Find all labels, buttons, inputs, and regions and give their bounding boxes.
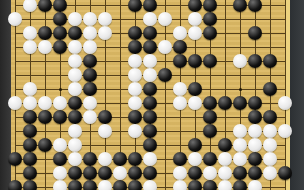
white-stone[interactable] — [188, 26, 202, 40]
white-stone[interactable] — [248, 138, 262, 152]
black-stone[interactable] — [143, 0, 157, 12]
black-stone[interactable] — [128, 152, 142, 166]
white-stone[interactable] — [233, 152, 247, 166]
white-stone[interactable] — [83, 110, 97, 124]
white-stone[interactable] — [23, 96, 37, 110]
black-stone[interactable] — [143, 166, 157, 180]
white-stone[interactable] — [233, 54, 247, 68]
black-stone[interactable] — [233, 96, 247, 110]
black-stone[interactable] — [248, 0, 262, 12]
black-stone[interactable] — [128, 180, 142, 190]
black-stone[interactable] — [53, 0, 67, 12]
black-stone[interactable] — [248, 26, 262, 40]
right-background-band — [290, 0, 304, 190]
white-stone[interactable] — [158, 12, 172, 26]
black-stone[interactable] — [203, 0, 217, 12]
black-stone[interactable] — [128, 166, 142, 180]
white-stone[interactable] — [98, 180, 112, 190]
black-stone[interactable] — [203, 54, 217, 68]
white-stone[interactable] — [263, 124, 277, 138]
black-stone[interactable] — [128, 26, 142, 40]
white-stone[interactable] — [128, 96, 142, 110]
black-stone[interactable] — [143, 82, 157, 96]
black-stone[interactable] — [248, 110, 262, 124]
black-stone[interactable] — [203, 26, 217, 40]
black-stone[interactable] — [188, 166, 202, 180]
black-stone[interactable] — [263, 82, 277, 96]
black-stone[interactable] — [53, 12, 67, 26]
go-board[interactable] — [11, 0, 290, 190]
black-stone[interactable] — [143, 26, 157, 40]
white-stone[interactable] — [248, 124, 262, 138]
white-stone[interactable] — [173, 82, 187, 96]
black-stone[interactable] — [23, 152, 37, 166]
white-stone[interactable] — [98, 152, 112, 166]
white-stone[interactable] — [113, 166, 127, 180]
white-stone[interactable] — [23, 82, 37, 96]
white-stone[interactable] — [8, 96, 22, 110]
white-stone[interactable] — [128, 68, 142, 82]
white-stone[interactable] — [68, 12, 82, 26]
black-stone[interactable] — [233, 166, 247, 180]
black-stone[interactable] — [203, 152, 217, 166]
black-stone[interactable] — [38, 110, 52, 124]
black-stone[interactable] — [203, 110, 217, 124]
black-stone[interactable] — [143, 96, 157, 110]
white-stone[interactable] — [68, 68, 82, 82]
white-stone[interactable] — [278, 96, 292, 110]
black-stone[interactable] — [113, 180, 127, 190]
black-stone[interactable] — [68, 26, 82, 40]
white-stone[interactable] — [23, 26, 37, 40]
white-stone[interactable] — [173, 96, 187, 110]
black-stone[interactable] — [98, 110, 112, 124]
white-stone[interactable] — [23, 40, 37, 54]
white-stone[interactable] — [233, 124, 247, 138]
white-stone[interactable] — [23, 0, 37, 12]
white-stone[interactable] — [98, 12, 112, 26]
black-stone[interactable] — [68, 180, 82, 190]
black-stone[interactable] — [158, 68, 172, 82]
black-stone[interactable] — [263, 110, 277, 124]
white-stone[interactable] — [188, 12, 202, 26]
black-stone[interactable] — [173, 54, 187, 68]
white-stone[interactable] — [143, 152, 157, 166]
white-stone[interactable] — [83, 96, 97, 110]
black-stone[interactable] — [23, 124, 37, 138]
black-stone[interactable] — [38, 26, 52, 40]
white-stone[interactable] — [98, 26, 112, 40]
black-stone[interactable] — [83, 82, 97, 96]
grid-line-vertical — [165, 0, 166, 190]
black-stone[interactable] — [68, 96, 82, 110]
white-stone[interactable] — [188, 96, 202, 110]
black-stone[interactable] — [83, 180, 97, 190]
black-stone[interactable] — [53, 26, 67, 40]
black-stone[interactable] — [83, 152, 97, 166]
black-stone[interactable] — [143, 124, 157, 138]
black-stone[interactable] — [53, 40, 67, 54]
white-stone[interactable] — [203, 166, 217, 180]
white-stone[interactable] — [218, 180, 232, 190]
white-stone[interactable] — [68, 124, 82, 138]
black-stone[interactable] — [248, 96, 262, 110]
black-stone[interactable] — [128, 40, 142, 54]
white-stone[interactable] — [68, 138, 82, 152]
black-stone[interactable] — [203, 96, 217, 110]
white-stone[interactable] — [53, 96, 67, 110]
black-stone[interactable] — [68, 110, 82, 124]
black-stone[interactable] — [218, 96, 232, 110]
white-stone[interactable] — [218, 166, 232, 180]
black-stone[interactable] — [23, 180, 37, 190]
black-stone[interactable] — [128, 110, 142, 124]
white-stone[interactable] — [128, 82, 142, 96]
white-stone[interactable] — [128, 54, 142, 68]
black-stone[interactable] — [53, 152, 67, 166]
black-stone[interactable] — [278, 166, 292, 180]
black-stone[interactable] — [233, 0, 247, 12]
black-stone[interactable] — [83, 54, 97, 68]
white-stone[interactable] — [188, 152, 202, 166]
white-stone[interactable] — [218, 152, 232, 166]
black-stone[interactable] — [188, 54, 202, 68]
white-stone[interactable] — [173, 166, 187, 180]
white-stone[interactable] — [143, 12, 157, 26]
white-stone[interactable] — [53, 138, 67, 152]
white-stone[interactable] — [83, 40, 97, 54]
white-stone[interactable] — [278, 124, 292, 138]
star-point — [59, 88, 62, 91]
black-stone[interactable] — [248, 152, 262, 166]
white-stone[interactable] — [53, 180, 67, 190]
black-stone[interactable] — [143, 138, 157, 152]
board-edge-highlight — [286, 0, 290, 190]
white-stone[interactable] — [233, 138, 247, 152]
white-stone[interactable] — [158, 40, 172, 54]
black-stone[interactable] — [8, 152, 22, 166]
black-stone[interactable] — [173, 152, 187, 166]
black-stone[interactable] — [38, 0, 52, 12]
black-stone[interactable] — [248, 166, 262, 180]
white-stone[interactable] — [38, 96, 52, 110]
black-stone[interactable] — [68, 166, 82, 180]
black-stone[interactable] — [113, 152, 127, 166]
white-stone[interactable] — [143, 180, 157, 190]
white-stone[interactable] — [128, 124, 142, 138]
white-stone[interactable] — [263, 152, 277, 166]
white-stone[interactable] — [83, 26, 97, 40]
black-stone[interactable] — [203, 124, 217, 138]
black-stone[interactable] — [188, 138, 202, 152]
white-stone[interactable] — [53, 166, 67, 180]
white-stone[interactable] — [173, 26, 187, 40]
white-stone[interactable] — [38, 40, 52, 54]
black-stone[interactable] — [128, 0, 142, 12]
black-stone[interactable] — [143, 110, 157, 124]
black-stone[interactable] — [188, 0, 202, 12]
white-stone[interactable] — [8, 12, 22, 26]
black-stone[interactable] — [143, 40, 157, 54]
white-stone[interactable] — [68, 82, 82, 96]
white-stone[interactable] — [68, 152, 82, 166]
white-stone[interactable] — [263, 138, 277, 152]
black-stone[interactable] — [218, 138, 232, 152]
white-stone[interactable] — [143, 68, 157, 82]
white-stone[interactable] — [68, 54, 82, 68]
black-stone[interactable] — [38, 138, 52, 152]
black-stone[interactable] — [173, 40, 187, 54]
star-point — [239, 88, 242, 91]
white-stone[interactable] — [98, 124, 112, 138]
black-stone[interactable] — [23, 166, 37, 180]
white-stone[interactable] — [263, 166, 277, 180]
black-stone[interactable] — [83, 68, 97, 82]
black-stone[interactable] — [83, 166, 97, 180]
white-stone[interactable] — [143, 54, 157, 68]
white-stone[interactable] — [68, 40, 82, 54]
black-stone[interactable] — [203, 180, 217, 190]
black-stone[interactable] — [248, 54, 262, 68]
white-stone[interactable] — [248, 180, 262, 190]
black-stone[interactable] — [23, 138, 37, 152]
black-stone[interactable] — [203, 12, 217, 26]
black-stone[interactable] — [188, 180, 202, 190]
black-stone[interactable] — [98, 166, 112, 180]
black-stone[interactable] — [188, 82, 202, 96]
white-stone[interactable] — [173, 180, 187, 190]
black-stone[interactable] — [8, 180, 22, 190]
go-game-screenshot — [0, 0, 304, 190]
grid-line-vertical — [285, 0, 286, 190]
black-stone[interactable] — [263, 54, 277, 68]
white-stone[interactable] — [83, 12, 97, 26]
black-stone[interactable] — [23, 110, 37, 124]
black-stone[interactable] — [233, 180, 247, 190]
black-stone[interactable] — [53, 110, 67, 124]
